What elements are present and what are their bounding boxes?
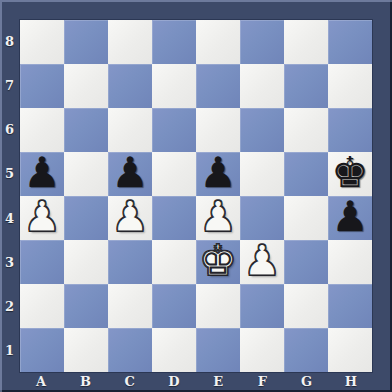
rank-label-8: 8 <box>0 19 19 63</box>
square-e8[interactable] <box>196 20 240 64</box>
square-g2[interactable] <box>284 284 328 328</box>
square-c4[interactable]: ♟ <box>108 196 152 240</box>
square-h7[interactable] <box>328 64 372 108</box>
square-b1[interactable] <box>64 328 108 372</box>
white-pawn[interactable]: ♟ <box>23 196 61 238</box>
square-d4[interactable] <box>152 196 196 240</box>
square-d8[interactable] <box>152 20 196 64</box>
square-f7[interactable] <box>240 64 284 108</box>
rank-label-6: 6 <box>0 108 19 152</box>
rank-label-1: 1 <box>0 329 19 373</box>
square-d7[interactable] <box>152 64 196 108</box>
chess-board: ♟♟♟♚♟♟♟♟♚♟ <box>19 19 373 373</box>
square-h1[interactable] <box>328 328 372 372</box>
square-h3[interactable] <box>328 240 372 284</box>
square-b4[interactable] <box>64 196 108 240</box>
white-king[interactable]: ♚ <box>199 240 237 282</box>
black-king[interactable]: ♚ <box>331 152 369 194</box>
black-pawn[interactable]: ♟ <box>23 152 61 194</box>
square-b5[interactable] <box>64 152 108 196</box>
file-labels: ABCDEFGH <box>19 373 373 392</box>
chess-diagram-frame: ♟♟♟♚♟♟♟♟♚♟ 87654321 ABCDEFGH <box>0 0 392 392</box>
file-label-e: E <box>196 373 240 392</box>
square-d6[interactable] <box>152 108 196 152</box>
square-e4[interactable]: ♟ <box>196 196 240 240</box>
square-c6[interactable] <box>108 108 152 152</box>
square-f2[interactable] <box>240 284 284 328</box>
square-e2[interactable] <box>196 284 240 328</box>
square-c2[interactable] <box>108 284 152 328</box>
square-d5[interactable] <box>152 152 196 196</box>
white-pawn[interactable]: ♟ <box>199 196 237 238</box>
black-pawn[interactable]: ♟ <box>331 196 369 238</box>
square-a7[interactable] <box>20 64 64 108</box>
square-b8[interactable] <box>64 20 108 64</box>
square-c3[interactable] <box>108 240 152 284</box>
square-e1[interactable] <box>196 328 240 372</box>
square-g6[interactable] <box>284 108 328 152</box>
file-label-a: A <box>19 373 63 392</box>
white-pawn[interactable]: ♟ <box>111 196 149 238</box>
square-b3[interactable] <box>64 240 108 284</box>
square-a1[interactable] <box>20 328 64 372</box>
square-d2[interactable] <box>152 284 196 328</box>
rank-labels: 87654321 <box>0 19 19 373</box>
square-c7[interactable] <box>108 64 152 108</box>
square-a2[interactable] <box>20 284 64 328</box>
square-b2[interactable] <box>64 284 108 328</box>
square-b7[interactable] <box>64 64 108 108</box>
square-f3[interactable]: ♟ <box>240 240 284 284</box>
square-f6[interactable] <box>240 108 284 152</box>
rank-label-7: 7 <box>0 63 19 107</box>
square-c5[interactable]: ♟ <box>108 152 152 196</box>
square-e7[interactable] <box>196 64 240 108</box>
square-a6[interactable] <box>20 108 64 152</box>
square-g4[interactable] <box>284 196 328 240</box>
square-c8[interactable] <box>108 20 152 64</box>
square-e3[interactable]: ♚ <box>196 240 240 284</box>
square-f5[interactable] <box>240 152 284 196</box>
square-c1[interactable] <box>108 328 152 372</box>
rank-label-2: 2 <box>0 285 19 329</box>
square-g1[interactable] <box>284 328 328 372</box>
square-h5[interactable]: ♚ <box>328 152 372 196</box>
square-g3[interactable] <box>284 240 328 284</box>
file-label-b: B <box>63 373 107 392</box>
file-label-c: C <box>108 373 152 392</box>
square-b6[interactable] <box>64 108 108 152</box>
square-f4[interactable] <box>240 196 284 240</box>
square-e6[interactable] <box>196 108 240 152</box>
file-label-f: F <box>240 373 284 392</box>
rank-label-3: 3 <box>0 240 19 284</box>
file-label-d: D <box>152 373 196 392</box>
square-g8[interactable] <box>284 20 328 64</box>
square-f8[interactable] <box>240 20 284 64</box>
square-f1[interactable] <box>240 328 284 372</box>
square-a5[interactable]: ♟ <box>20 152 64 196</box>
rank-label-4: 4 <box>0 196 19 240</box>
square-g7[interactable] <box>284 64 328 108</box>
file-label-h: H <box>329 373 373 392</box>
rank-label-5: 5 <box>0 152 19 196</box>
square-d3[interactable] <box>152 240 196 284</box>
square-a4[interactable]: ♟ <box>20 196 64 240</box>
square-h6[interactable] <box>328 108 372 152</box>
square-h2[interactable] <box>328 284 372 328</box>
black-pawn[interactable]: ♟ <box>111 152 149 194</box>
square-h4[interactable]: ♟ <box>328 196 372 240</box>
square-e5[interactable]: ♟ <box>196 152 240 196</box>
file-label-g: G <box>285 373 329 392</box>
square-g5[interactable] <box>284 152 328 196</box>
square-h8[interactable] <box>328 20 372 64</box>
square-d1[interactable] <box>152 328 196 372</box>
white-pawn[interactable]: ♟ <box>243 240 281 282</box>
square-a3[interactable] <box>20 240 64 284</box>
square-a8[interactable] <box>20 20 64 64</box>
black-pawn[interactable]: ♟ <box>199 152 237 194</box>
